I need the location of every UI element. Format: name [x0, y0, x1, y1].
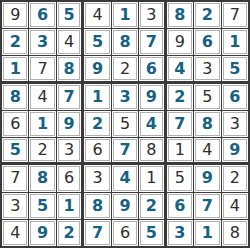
cell-r3c3[interactable]: 8 — [57, 56, 83, 82]
cell-r8c6[interactable]: 2 — [139, 193, 165, 219]
cell-r8c5[interactable]: 9 — [112, 193, 138, 219]
cell-r1c6[interactable]: 3 — [139, 2, 165, 28]
cell-r7c8[interactable]: 9 — [194, 165, 220, 191]
cell-r1c8[interactable]: 2 — [194, 2, 220, 28]
cell-r6c8[interactable]: 4 — [194, 138, 220, 164]
cell-r6c4[interactable]: 6 — [84, 138, 110, 164]
cell-r4c5[interactable]: 3 — [112, 84, 138, 110]
cell-r6c3[interactable]: 3 — [57, 138, 83, 164]
cell-r8c9[interactable]: 4 — [222, 193, 248, 219]
cell-r7c5[interactable]: 4 — [112, 165, 138, 191]
cell-r5c4[interactable]: 2 — [84, 111, 110, 137]
cell-r2c7[interactable]: 9 — [167, 29, 193, 55]
cell-r4c2[interactable]: 4 — [29, 84, 55, 110]
cell-r1c3[interactable]: 5 — [57, 2, 83, 28]
cell-r7c7[interactable]: 5 — [167, 165, 193, 191]
cell-r1c7[interactable]: 8 — [167, 2, 193, 28]
cell-r3c1[interactable]: 1 — [2, 56, 28, 82]
cell-r1c1[interactable]: 9 — [2, 2, 28, 28]
cell-r8c8[interactable]: 7 — [194, 193, 220, 219]
cell-r7c4[interactable]: 3 — [84, 165, 110, 191]
cell-r3c6[interactable]: 6 — [139, 56, 165, 82]
cell-r4c4[interactable]: 1 — [84, 84, 110, 110]
cell-r9c1[interactable]: 4 — [2, 220, 28, 246]
cell-r8c7[interactable]: 6 — [167, 193, 193, 219]
cell-r6c6[interactable]: 8 — [139, 138, 165, 164]
cell-r3c2[interactable]: 7 — [29, 56, 55, 82]
cell-r3c8[interactable]: 3 — [194, 56, 220, 82]
cell-r6c5[interactable]: 7 — [112, 138, 138, 164]
cell-r4c3[interactable]: 7 — [57, 84, 83, 110]
cell-r5c8[interactable]: 8 — [194, 111, 220, 137]
cell-r9c7[interactable]: 3 — [167, 220, 193, 246]
cell-r7c6[interactable]: 1 — [139, 165, 165, 191]
cell-r2c4[interactable]: 5 — [84, 29, 110, 55]
cell-r9c8[interactable]: 1 — [194, 220, 220, 246]
cell-r9c9[interactable]: 8 — [222, 220, 248, 246]
cell-r5c1[interactable]: 6 — [2, 111, 28, 137]
cell-r2c8[interactable]: 6 — [194, 29, 220, 55]
cell-r6c9[interactable]: 9 — [222, 138, 248, 164]
cell-r8c2[interactable]: 5 — [29, 193, 55, 219]
cell-r5c9[interactable]: 3 — [222, 111, 248, 137]
cell-r2c6[interactable]: 7 — [139, 29, 165, 55]
cell-r2c9[interactable]: 1 — [222, 29, 248, 55]
cell-r4c7[interactable]: 2 — [167, 84, 193, 110]
cell-r7c2[interactable]: 8 — [29, 165, 55, 191]
cell-r4c6[interactable]: 9 — [139, 84, 165, 110]
cell-r1c5[interactable]: 1 — [112, 2, 138, 28]
cell-r5c3[interactable]: 9 — [57, 111, 83, 137]
cell-r2c2[interactable]: 3 — [29, 29, 55, 55]
sudoku-board: 9654138272345879611789264358471392566192… — [0, 0, 250, 248]
cell-r4c8[interactable]: 5 — [194, 84, 220, 110]
cell-r8c1[interactable]: 3 — [2, 193, 28, 219]
cell-r3c4[interactable]: 9 — [84, 56, 110, 82]
cell-r7c3[interactable]: 6 — [57, 165, 83, 191]
cell-r1c4[interactable]: 4 — [84, 2, 110, 28]
cell-r3c7[interactable]: 4 — [167, 56, 193, 82]
cell-r2c5[interactable]: 8 — [112, 29, 138, 55]
cell-r7c9[interactable]: 2 — [222, 165, 248, 191]
cell-r6c7[interactable]: 1 — [167, 138, 193, 164]
cell-r9c6[interactable]: 5 — [139, 220, 165, 246]
cell-r9c4[interactable]: 7 — [84, 220, 110, 246]
cell-r9c5[interactable]: 6 — [112, 220, 138, 246]
cell-r4c1[interactable]: 8 — [2, 84, 28, 110]
cell-r2c3[interactable]: 4 — [57, 29, 83, 55]
cell-r5c6[interactable]: 4 — [139, 111, 165, 137]
cell-r3c9[interactable]: 5 — [222, 56, 248, 82]
cell-r8c3[interactable]: 1 — [57, 193, 83, 219]
cell-r8c4[interactable]: 8 — [84, 193, 110, 219]
cell-r5c5[interactable]: 5 — [112, 111, 138, 137]
cell-r1c2[interactable]: 6 — [29, 2, 55, 28]
cell-r6c1[interactable]: 5 — [2, 138, 28, 164]
cell-r7c1[interactable]: 7 — [2, 165, 28, 191]
cell-r9c2[interactable]: 9 — [29, 220, 55, 246]
cell-r1c9[interactable]: 7 — [222, 2, 248, 28]
cell-r6c2[interactable]: 2 — [29, 138, 55, 164]
cell-r4c9[interactable]: 6 — [222, 84, 248, 110]
cell-r2c1[interactable]: 2 — [2, 29, 28, 55]
cell-r5c7[interactable]: 7 — [167, 111, 193, 137]
cell-r9c3[interactable]: 2 — [57, 220, 83, 246]
cell-r5c2[interactable]: 1 — [29, 111, 55, 137]
cell-r3c5[interactable]: 2 — [112, 56, 138, 82]
